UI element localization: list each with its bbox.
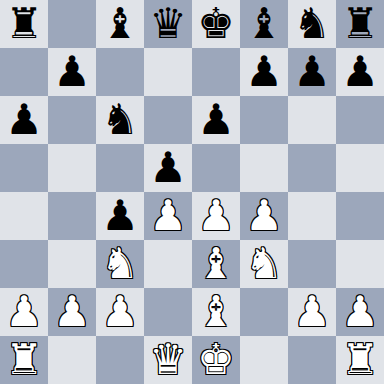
square-b6[interactable] <box>48 96 96 144</box>
square-g3[interactable] <box>288 240 336 288</box>
piece-white-pawn-d4[interactable]: ♟ <box>149 192 187 240</box>
square-g1[interactable] <box>288 336 336 384</box>
square-c1[interactable] <box>96 336 144 384</box>
square-d4[interactable]: ♟ <box>144 192 192 240</box>
square-d7[interactable] <box>144 48 192 96</box>
square-f4[interactable]: ♟ <box>240 192 288 240</box>
piece-white-pawn-c2[interactable]: ♟ <box>101 288 139 336</box>
piece-black-rook-h8[interactable]: ♜ <box>341 0 379 48</box>
square-a8[interactable]: ♜ <box>0 0 48 48</box>
piece-white-bishop-e2[interactable]: ♝ <box>197 288 235 336</box>
square-b8[interactable] <box>48 0 96 48</box>
square-c3[interactable]: ♞ <box>96 240 144 288</box>
square-f2[interactable] <box>240 288 288 336</box>
square-e7[interactable] <box>192 48 240 96</box>
square-f6[interactable] <box>240 96 288 144</box>
square-g2[interactable]: ♟ <box>288 288 336 336</box>
piece-black-rook-a8[interactable]: ♜ <box>5 0 43 48</box>
square-c7[interactable] <box>96 48 144 96</box>
square-g7[interactable]: ♟ <box>288 48 336 96</box>
square-f3[interactable]: ♞ <box>240 240 288 288</box>
square-f1[interactable] <box>240 336 288 384</box>
piece-white-pawn-e4[interactable]: ♟ <box>197 192 235 240</box>
square-h8[interactable]: ♜ <box>336 0 384 48</box>
square-c6[interactable]: ♞ <box>96 96 144 144</box>
piece-black-pawn-b7[interactable]: ♟ <box>53 48 91 96</box>
piece-white-pawn-h2[interactable]: ♟ <box>341 288 379 336</box>
square-a7[interactable] <box>0 48 48 96</box>
square-c2[interactable]: ♟ <box>96 288 144 336</box>
square-h2[interactable]: ♟ <box>336 288 384 336</box>
piece-white-king-e1[interactable]: ♚ <box>197 336 235 384</box>
piece-white-queen-d1[interactable]: ♛ <box>149 336 187 384</box>
square-c4[interactable]: ♟ <box>96 192 144 240</box>
square-g5[interactable] <box>288 144 336 192</box>
square-h6[interactable] <box>336 96 384 144</box>
square-h1[interactable]: ♜ <box>336 336 384 384</box>
piece-white-knight-c3[interactable]: ♞ <box>101 240 139 288</box>
square-b4[interactable] <box>48 192 96 240</box>
piece-black-pawn-a6[interactable]: ♟ <box>5 96 43 144</box>
square-g6[interactable] <box>288 96 336 144</box>
piece-white-pawn-f4[interactable]: ♟ <box>245 192 283 240</box>
square-b7[interactable]: ♟ <box>48 48 96 96</box>
chessboard: ♜♝♛♚♝♞♜♟♟♟♟♟♞♟♟♟♟♟♟♞♝♞♟♟♟♝♟♟♜♛♚♜ <box>0 0 384 384</box>
square-g8[interactable]: ♞ <box>288 0 336 48</box>
square-b1[interactable] <box>48 336 96 384</box>
square-e3[interactable]: ♝ <box>192 240 240 288</box>
square-a1[interactable]: ♜ <box>0 336 48 384</box>
square-b5[interactable] <box>48 144 96 192</box>
piece-black-pawn-e6[interactable]: ♟ <box>197 96 235 144</box>
piece-black-bishop-c8[interactable]: ♝ <box>101 0 139 48</box>
piece-white-bishop-e3[interactable]: ♝ <box>197 240 235 288</box>
chessboard-container: ♜♝♛♚♝♞♜♟♟♟♟♟♞♟♟♟♟♟♟♞♝♞♟♟♟♝♟♟♜♛♚♜ <box>0 0 384 384</box>
piece-white-rook-h1[interactable]: ♜ <box>341 336 379 384</box>
piece-black-pawn-c4[interactable]: ♟ <box>101 192 139 240</box>
square-b3[interactable] <box>48 240 96 288</box>
square-f8[interactable]: ♝ <box>240 0 288 48</box>
piece-black-pawn-d5[interactable]: ♟ <box>149 144 187 192</box>
square-c5[interactable] <box>96 144 144 192</box>
square-a2[interactable]: ♟ <box>0 288 48 336</box>
square-f5[interactable] <box>240 144 288 192</box>
piece-black-queen-d8[interactable]: ♛ <box>149 0 187 48</box>
piece-white-rook-a1[interactable]: ♜ <box>5 336 43 384</box>
square-g4[interactable] <box>288 192 336 240</box>
square-e1[interactable]: ♚ <box>192 336 240 384</box>
piece-black-king-e8[interactable]: ♚ <box>197 0 235 48</box>
square-a5[interactable] <box>0 144 48 192</box>
square-d2[interactable] <box>144 288 192 336</box>
square-a4[interactable] <box>0 192 48 240</box>
piece-white-pawn-b2[interactable]: ♟ <box>53 288 91 336</box>
square-h3[interactable] <box>336 240 384 288</box>
piece-black-pawn-h7[interactable]: ♟ <box>341 48 379 96</box>
square-d6[interactable] <box>144 96 192 144</box>
square-d3[interactable] <box>144 240 192 288</box>
piece-black-pawn-g7[interactable]: ♟ <box>293 48 331 96</box>
square-d5[interactable]: ♟ <box>144 144 192 192</box>
square-a3[interactable] <box>0 240 48 288</box>
square-h7[interactable]: ♟ <box>336 48 384 96</box>
piece-black-knight-c6[interactable]: ♞ <box>101 96 139 144</box>
square-e5[interactable] <box>192 144 240 192</box>
square-c8[interactable]: ♝ <box>96 0 144 48</box>
piece-black-knight-g8[interactable]: ♞ <box>293 0 331 48</box>
piece-white-pawn-g2[interactable]: ♟ <box>293 288 331 336</box>
square-a6[interactable]: ♟ <box>0 96 48 144</box>
square-d8[interactable]: ♛ <box>144 0 192 48</box>
square-e6[interactable]: ♟ <box>192 96 240 144</box>
square-b2[interactable]: ♟ <box>48 288 96 336</box>
square-e4[interactable]: ♟ <box>192 192 240 240</box>
square-e8[interactable]: ♚ <box>192 0 240 48</box>
square-e2[interactable]: ♝ <box>192 288 240 336</box>
piece-black-bishop-f8[interactable]: ♝ <box>245 0 283 48</box>
square-h4[interactable] <box>336 192 384 240</box>
square-d1[interactable]: ♛ <box>144 336 192 384</box>
piece-white-pawn-a2[interactable]: ♟ <box>5 288 43 336</box>
piece-white-knight-f3[interactable]: ♞ <box>245 240 283 288</box>
square-h5[interactable] <box>336 144 384 192</box>
piece-black-pawn-f7[interactable]: ♟ <box>245 48 283 96</box>
square-f7[interactable]: ♟ <box>240 48 288 96</box>
